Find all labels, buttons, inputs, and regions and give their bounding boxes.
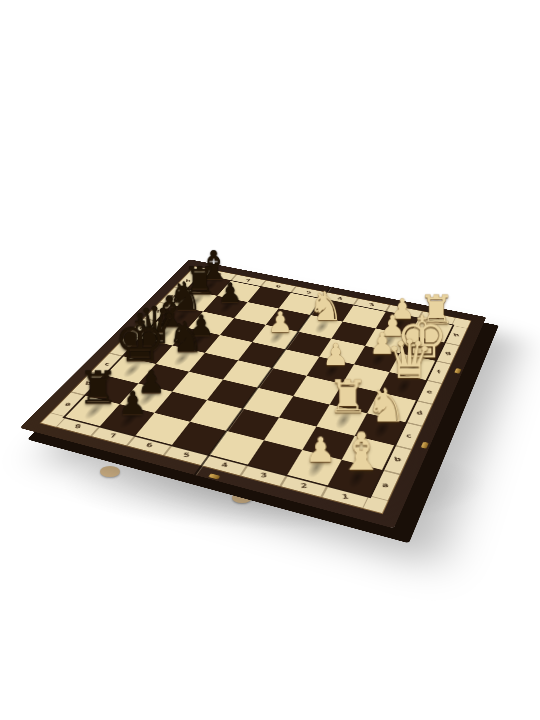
board-foot <box>100 466 120 477</box>
black-knight[interactable]: ♞ <box>163 317 206 358</box>
board-foot <box>232 492 252 503</box>
white-pawn[interactable]: ♟ <box>259 308 301 337</box>
white-bishop[interactable]: ♝ <box>335 426 386 478</box>
white-pawn[interactable]: ♟ <box>313 340 357 370</box>
black-pawn[interactable]: ♟ <box>210 280 250 307</box>
black-pawn[interactable]: ♟ <box>108 387 155 419</box>
black-king[interactable]: ♚ <box>113 312 157 370</box>
product-photo-stage: abcdefgh abcdefgh 87654321 87654321 ♜♚♛♝… <box>0 0 540 720</box>
